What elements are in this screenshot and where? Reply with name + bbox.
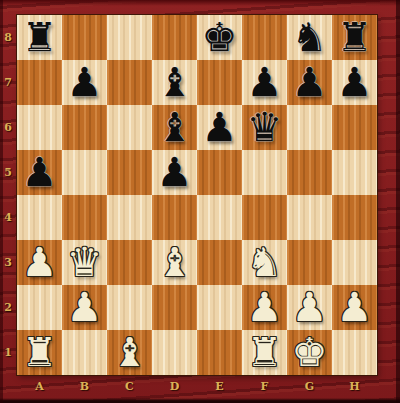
- chess-board: ♜♚♞♜♟♝♟♟♟♝♟♛♟♟♟♛♝♞♟♟♟♟♜♝♜♚: [17, 15, 377, 375]
- file-label-c: C: [107, 379, 152, 395]
- white-queen[interactable]: ♛: [67, 242, 103, 282]
- square-e8[interactable]: ♚: [197, 15, 242, 60]
- square-a3[interactable]: ♟: [17, 240, 62, 285]
- square-e1[interactable]: [197, 330, 242, 375]
- square-c2[interactable]: [107, 285, 152, 330]
- square-b5[interactable]: [62, 150, 107, 195]
- square-f1[interactable]: ♜: [242, 330, 287, 375]
- square-f4[interactable]: [242, 195, 287, 240]
- black-bishop[interactable]: ♝: [157, 62, 193, 102]
- square-f7[interactable]: ♟: [242, 60, 287, 105]
- square-a4[interactable]: [17, 195, 62, 240]
- square-d6[interactable]: ♝: [152, 105, 197, 150]
- square-f5[interactable]: [242, 150, 287, 195]
- square-g3[interactable]: [287, 240, 332, 285]
- file-label-a: A: [17, 379, 62, 395]
- black-pawn[interactable]: ♟: [22, 152, 58, 192]
- black-knight[interactable]: ♞: [292, 17, 328, 57]
- square-g1[interactable]: ♚: [287, 330, 332, 375]
- square-f2[interactable]: ♟: [242, 285, 287, 330]
- square-b3[interactable]: ♛: [62, 240, 107, 285]
- square-e4[interactable]: [197, 195, 242, 240]
- square-c4[interactable]: [107, 195, 152, 240]
- square-h8[interactable]: ♜: [332, 15, 377, 60]
- square-a5[interactable]: ♟: [17, 150, 62, 195]
- file-label-e: E: [197, 379, 242, 395]
- rank-label-6: 6: [0, 105, 16, 150]
- square-d2[interactable]: [152, 285, 197, 330]
- rank-label-4: 4: [0, 195, 16, 240]
- rank-label-5: 5: [0, 150, 16, 195]
- square-f6[interactable]: ♛: [242, 105, 287, 150]
- chess-board-frame: ♜♚♞♜♟♝♟♟♟♝♟♛♟♟♟♛♝♞♟♟♟♟♜♝♜♚ 87654321 ABCD…: [0, 0, 400, 403]
- square-h3[interactable]: [332, 240, 377, 285]
- white-pawn[interactable]: ♟: [67, 287, 103, 327]
- square-h7[interactable]: ♟: [332, 60, 377, 105]
- white-bishop[interactable]: ♝: [112, 332, 148, 372]
- square-b2[interactable]: ♟: [62, 285, 107, 330]
- square-e3[interactable]: [197, 240, 242, 285]
- rank-label-7: 7: [0, 60, 16, 105]
- white-pawn[interactable]: ♟: [22, 242, 58, 282]
- square-g7[interactable]: ♟: [287, 60, 332, 105]
- square-e5[interactable]: [197, 150, 242, 195]
- white-pawn[interactable]: ♟: [247, 287, 283, 327]
- square-c8[interactable]: [107, 15, 152, 60]
- square-f3[interactable]: ♞: [242, 240, 287, 285]
- file-label-d: D: [152, 379, 197, 395]
- square-g6[interactable]: [287, 105, 332, 150]
- square-e6[interactable]: ♟: [197, 105, 242, 150]
- square-d8[interactable]: [152, 15, 197, 60]
- frame-top-edge: [0, 0, 400, 6]
- file-label-h: H: [332, 379, 377, 395]
- square-a7[interactable]: [17, 60, 62, 105]
- square-d3[interactable]: ♝: [152, 240, 197, 285]
- black-pawn[interactable]: ♟: [202, 107, 238, 147]
- square-b1[interactable]: [62, 330, 107, 375]
- white-pawn[interactable]: ♟: [337, 287, 373, 327]
- frame-bottom-edge: [0, 398, 400, 403]
- square-b4[interactable]: [62, 195, 107, 240]
- square-g2[interactable]: ♟: [287, 285, 332, 330]
- square-c5[interactable]: [107, 150, 152, 195]
- square-d7[interactable]: ♝: [152, 60, 197, 105]
- square-h2[interactable]: ♟: [332, 285, 377, 330]
- black-pawn[interactable]: ♟: [67, 62, 103, 102]
- square-c3[interactable]: [107, 240, 152, 285]
- square-f8[interactable]: [242, 15, 287, 60]
- square-e7[interactable]: [197, 60, 242, 105]
- file-label-f: F: [242, 379, 287, 395]
- square-e2[interactable]: [197, 285, 242, 330]
- black-king[interactable]: ♚: [202, 17, 238, 57]
- black-rook[interactable]: ♜: [337, 17, 373, 57]
- square-b8[interactable]: [62, 15, 107, 60]
- black-pawn[interactable]: ♟: [292, 62, 328, 102]
- frame-right-edge: [396, 0, 400, 403]
- square-d1[interactable]: [152, 330, 197, 375]
- black-pawn[interactable]: ♟: [157, 152, 193, 192]
- square-c1[interactable]: ♝: [107, 330, 152, 375]
- white-rook[interactable]: ♜: [247, 332, 283, 372]
- square-c6[interactable]: [107, 105, 152, 150]
- square-a6[interactable]: [17, 105, 62, 150]
- rank-label-8: 8: [0, 15, 16, 60]
- square-a8[interactable]: ♜: [17, 15, 62, 60]
- black-bishop[interactable]: ♝: [157, 107, 193, 147]
- square-h1[interactable]: [332, 330, 377, 375]
- rank-label-3: 3: [0, 240, 16, 285]
- white-knight[interactable]: ♞: [247, 242, 283, 282]
- file-label-b: B: [62, 379, 107, 395]
- square-h5[interactable]: [332, 150, 377, 195]
- square-g4[interactable]: [287, 195, 332, 240]
- black-queen[interactable]: ♛: [247, 107, 283, 147]
- square-h4[interactable]: [332, 195, 377, 240]
- square-b7[interactable]: ♟: [62, 60, 107, 105]
- white-bishop[interactable]: ♝: [157, 242, 193, 282]
- square-g5[interactable]: [287, 150, 332, 195]
- rank-label-1: 1: [0, 330, 16, 375]
- square-c7[interactable]: [107, 60, 152, 105]
- file-label-g: G: [287, 379, 332, 395]
- square-a2[interactable]: [17, 285, 62, 330]
- square-g8[interactable]: ♞: [287, 15, 332, 60]
- square-b6[interactable]: [62, 105, 107, 150]
- square-d5[interactable]: ♟: [152, 150, 197, 195]
- white-rook[interactable]: ♜: [22, 332, 58, 372]
- black-pawn[interactable]: ♟: [337, 62, 373, 102]
- square-d4[interactable]: [152, 195, 197, 240]
- white-king[interactable]: ♚: [292, 332, 328, 372]
- black-rook[interactable]: ♜: [22, 17, 58, 57]
- rank-label-2: 2: [0, 285, 16, 330]
- square-a1[interactable]: ♜: [17, 330, 62, 375]
- square-h6[interactable]: [332, 105, 377, 150]
- black-pawn[interactable]: ♟: [247, 62, 283, 102]
- white-pawn[interactable]: ♟: [292, 287, 328, 327]
